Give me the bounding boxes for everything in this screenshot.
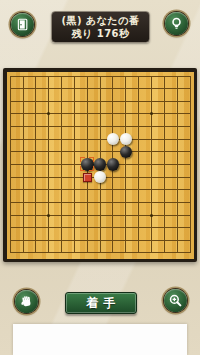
ad-banner-placeholder (13, 324, 187, 355)
grid-line-v (190, 76, 191, 254)
last-move-marker (80, 157, 94, 171)
hint-button[interactable] (165, 12, 188, 35)
star-point (47, 214, 50, 217)
timer: 残り 176秒 (71, 27, 129, 40)
zoom-in-button[interactable] (164, 289, 187, 312)
black-stone (107, 158, 119, 170)
star-point (150, 112, 153, 115)
hand-icon (19, 294, 34, 309)
door-icon (15, 17, 30, 32)
magnifier-plus-icon (168, 293, 183, 308)
app-screen: (黒) あなたの番 残り 176秒 (0, 0, 200, 355)
star-point (47, 112, 50, 115)
white-stone (120, 133, 132, 145)
grid-line-h (10, 227, 191, 228)
board-frame (3, 68, 197, 262)
black-stone (120, 146, 132, 158)
black-stone (94, 158, 106, 170)
grid-line-h (10, 240, 191, 241)
grid-line-v (177, 76, 178, 254)
pass-button[interactable] (15, 290, 38, 313)
grid-line-h (10, 252, 191, 253)
lightbulb-icon (169, 16, 184, 31)
white-stone (94, 171, 106, 183)
status-panel: (黒) あなたの番 残り 176秒 (51, 11, 150, 43)
exit-button[interactable] (11, 13, 34, 36)
move-button[interactable]: 着手 (65, 292, 137, 314)
star-point (150, 214, 153, 217)
white-stone (107, 133, 119, 145)
goban[interactable] (7, 72, 194, 259)
move-cursor-marker (83, 173, 92, 182)
turn-indicator: (黒) あなたの番 (61, 14, 139, 27)
